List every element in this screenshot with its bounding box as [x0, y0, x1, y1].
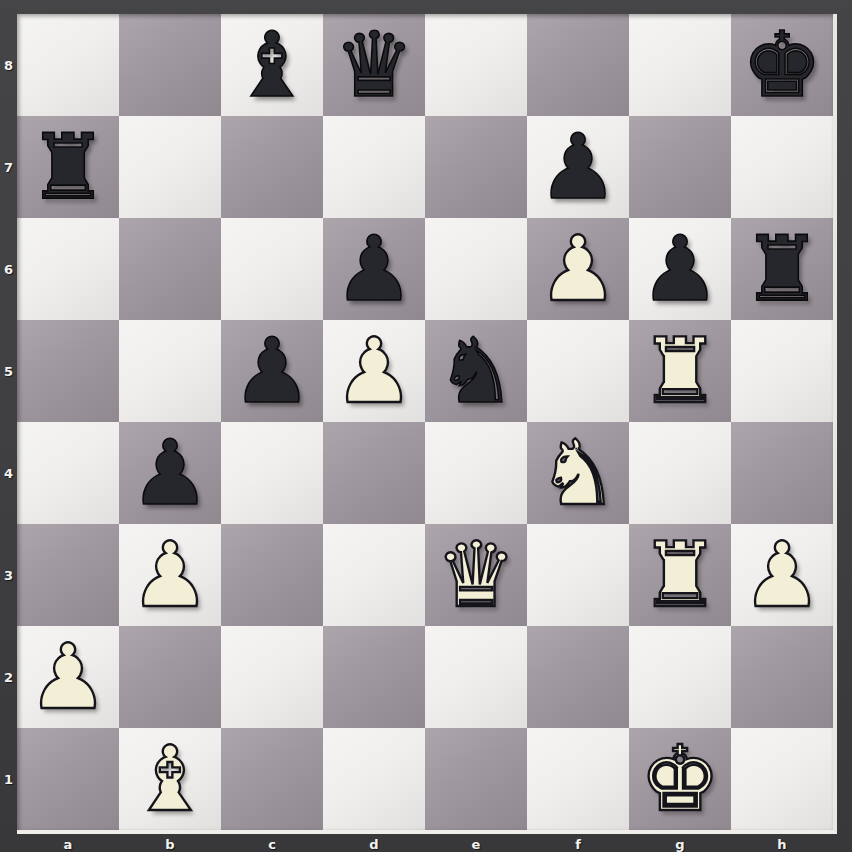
square-f4[interactable]: ♞	[527, 422, 629, 524]
file-label-h: h	[731, 836, 833, 852]
square-g2[interactable]	[629, 626, 731, 728]
file-label-f: f	[527, 836, 629, 852]
black-pawn[interactable]: ♟	[527, 116, 629, 218]
black-pawn[interactable]: ♟	[629, 218, 731, 320]
rank-label-8: 8	[0, 14, 17, 116]
square-b3[interactable]: ♟	[119, 524, 221, 626]
file-labels: abcdefgh	[17, 836, 833, 852]
square-h7[interactable]	[731, 116, 833, 218]
square-e1[interactable]	[425, 728, 527, 830]
square-a1[interactable]	[17, 728, 119, 830]
square-c1[interactable]	[221, 728, 323, 830]
square-h1[interactable]	[731, 728, 833, 830]
square-a6[interactable]	[17, 218, 119, 320]
square-f3[interactable]	[527, 524, 629, 626]
rank-label-1: 1	[0, 728, 17, 830]
square-d5[interactable]: ♟	[323, 320, 425, 422]
square-e8[interactable]	[425, 14, 527, 116]
rank-label-5: 5	[0, 320, 17, 422]
square-b2[interactable]	[119, 626, 221, 728]
square-g7[interactable]	[629, 116, 731, 218]
square-f6[interactable]: ♟	[527, 218, 629, 320]
black-rook[interactable]: ♜	[731, 218, 833, 320]
square-e5[interactable]: ♞	[425, 320, 527, 422]
square-f5[interactable]	[527, 320, 629, 422]
square-e2[interactable]	[425, 626, 527, 728]
square-d4[interactable]	[323, 422, 425, 524]
square-h3[interactable]: ♟	[731, 524, 833, 626]
square-h8[interactable]: ♚	[731, 14, 833, 116]
file-label-a: a	[17, 836, 119, 852]
square-g1[interactable]: ♚	[629, 728, 731, 830]
square-f7[interactable]: ♟	[527, 116, 629, 218]
square-a2[interactable]: ♟	[17, 626, 119, 728]
square-g8[interactable]	[629, 14, 731, 116]
white-pawn[interactable]: ♟	[119, 524, 221, 626]
square-b1[interactable]: ♝	[119, 728, 221, 830]
rank-labels: 87654321	[0, 14, 17, 830]
square-e7[interactable]	[425, 116, 527, 218]
black-pawn[interactable]: ♟	[119, 422, 221, 524]
rank-label-3: 3	[0, 524, 17, 626]
square-c8[interactable]: ♝	[221, 14, 323, 116]
rank-label-4: 4	[0, 422, 17, 524]
square-h5[interactable]	[731, 320, 833, 422]
white-king[interactable]: ♚	[629, 728, 731, 830]
square-d3[interactable]	[323, 524, 425, 626]
square-g3[interactable]: ♜	[629, 524, 731, 626]
white-queen[interactable]: ♛	[425, 524, 527, 626]
square-c2[interactable]	[221, 626, 323, 728]
chess-app-window: 87654321 ♝♛♚♜♟♟♟♟♜♟♟♞♜♟♞♟♛♜♟♟♝♚ abcdefgh	[0, 0, 852, 852]
rank-label-6: 6	[0, 218, 17, 320]
square-d8[interactable]: ♛	[323, 14, 425, 116]
chess-board: ♝♛♚♜♟♟♟♟♜♟♟♞♜♟♞♟♛♜♟♟♝♚	[17, 14, 837, 834]
square-c5[interactable]: ♟	[221, 320, 323, 422]
square-e3[interactable]: ♛	[425, 524, 527, 626]
square-b5[interactable]	[119, 320, 221, 422]
file-label-c: c	[221, 836, 323, 852]
white-knight[interactable]: ♞	[527, 422, 629, 524]
square-h2[interactable]	[731, 626, 833, 728]
square-g4[interactable]	[629, 422, 731, 524]
square-g6[interactable]: ♟	[629, 218, 731, 320]
square-a3[interactable]	[17, 524, 119, 626]
white-pawn[interactable]: ♟	[323, 320, 425, 422]
black-bishop[interactable]: ♝	[221, 14, 323, 116]
square-d6[interactable]: ♟	[323, 218, 425, 320]
black-pawn[interactable]: ♟	[221, 320, 323, 422]
file-label-b: b	[119, 836, 221, 852]
square-f2[interactable]	[527, 626, 629, 728]
file-label-e: e	[425, 836, 527, 852]
square-f1[interactable]	[527, 728, 629, 830]
black-rook[interactable]: ♜	[17, 116, 119, 218]
square-h4[interactable]	[731, 422, 833, 524]
white-rook[interactable]: ♜	[629, 320, 731, 422]
square-c7[interactable]	[221, 116, 323, 218]
white-bishop[interactable]: ♝	[119, 728, 221, 830]
square-d7[interactable]	[323, 116, 425, 218]
white-pawn[interactable]: ♟	[731, 524, 833, 626]
square-e6[interactable]	[425, 218, 527, 320]
square-e4[interactable]	[425, 422, 527, 524]
file-label-d: d	[323, 836, 425, 852]
square-a7[interactable]: ♜	[17, 116, 119, 218]
square-h6[interactable]: ♜	[731, 218, 833, 320]
black-knight[interactable]: ♞	[425, 320, 527, 422]
square-a4[interactable]	[17, 422, 119, 524]
square-c6[interactable]	[221, 218, 323, 320]
black-king[interactable]: ♚	[731, 14, 833, 116]
square-a5[interactable]	[17, 320, 119, 422]
black-pawn[interactable]: ♟	[323, 218, 425, 320]
black-queen[interactable]: ♛	[323, 14, 425, 116]
rank-label-7: 7	[0, 116, 17, 218]
square-a8[interactable]	[17, 14, 119, 116]
square-b7[interactable]	[119, 116, 221, 218]
square-c4[interactable]	[221, 422, 323, 524]
file-label-g: g	[629, 836, 731, 852]
square-g5[interactable]: ♜	[629, 320, 731, 422]
white-pawn[interactable]: ♟	[527, 218, 629, 320]
white-pawn[interactable]: ♟	[17, 626, 119, 728]
rank-label-2: 2	[0, 626, 17, 728]
square-d1[interactable]	[323, 728, 425, 830]
square-b4[interactable]: ♟	[119, 422, 221, 524]
square-f8[interactable]	[527, 14, 629, 116]
square-d2[interactable]	[323, 626, 425, 728]
square-b8[interactable]	[119, 14, 221, 116]
square-c3[interactable]	[221, 524, 323, 626]
square-b6[interactable]	[119, 218, 221, 320]
white-rook[interactable]: ♜	[629, 524, 731, 626]
